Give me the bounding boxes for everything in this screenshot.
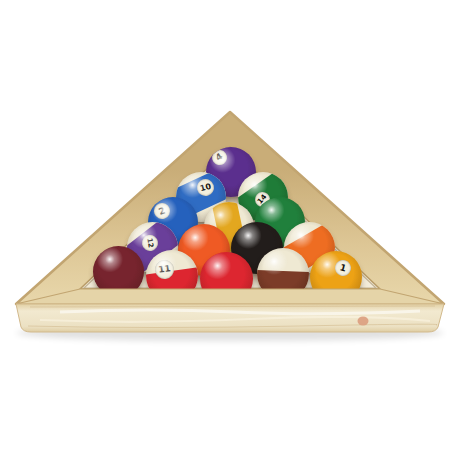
billiard-rack-photo: 41014212111	[0, 0, 460, 460]
ball-1: 1	[310, 251, 362, 303]
ball-shade	[310, 251, 362, 303]
ball-shade	[146, 250, 198, 302]
ball-shade	[257, 248, 309, 300]
ball-7	[93, 246, 144, 297]
ball-15	[257, 248, 309, 300]
ball-shade	[93, 246, 144, 297]
rack-balls: 41014212111	[0, 0, 460, 460]
ball-11: 11	[146, 250, 198, 302]
ball-shade	[200, 252, 253, 305]
ball-3	[200, 252, 253, 305]
